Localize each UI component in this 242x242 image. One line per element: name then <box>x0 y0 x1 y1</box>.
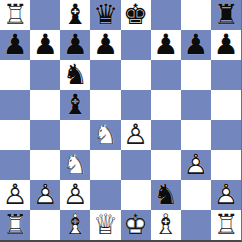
piece-black-pawn[interactable]: ♟ <box>211 30 241 60</box>
piece-white-pawn[interactable]: ♟♙ <box>211 180 241 210</box>
piece-black-rook[interactable]: ♜ <box>211 0 241 30</box>
black-knight-glyph: ♞ <box>153 181 178 209</box>
square-g7[interactable]: ♟ <box>181 30 211 60</box>
piece-white-pawn[interactable]: ♟♙ <box>60 180 90 210</box>
square-c7[interactable]: ♟ <box>60 30 90 60</box>
square-e5[interactable] <box>121 90 151 120</box>
white-pawn-glyph: ♙ <box>33 181 58 209</box>
piece-white-pawn[interactable]: ♟♙ <box>30 180 60 210</box>
square-e1[interactable]: ♚♔ <box>121 210 151 240</box>
square-d6[interactable] <box>90 60 120 90</box>
black-rook-glyph: ♜ <box>213 1 238 29</box>
square-b8[interactable] <box>30 0 60 30</box>
square-e4[interactable]: ♟♙ <box>121 120 151 150</box>
piece-white-knight[interactable]: ♞♘ <box>60 150 90 180</box>
square-c5[interactable]: ♝ <box>60 90 90 120</box>
square-c2[interactable]: ♟♙ <box>60 180 90 210</box>
square-b6[interactable] <box>30 60 60 90</box>
square-a5[interactable] <box>0 90 30 120</box>
white-pawn-glyph: ♙ <box>63 181 88 209</box>
square-d3[interactable] <box>90 150 120 180</box>
square-a7[interactable]: ♟ <box>0 30 30 60</box>
piece-black-knight[interactable]: ♞ <box>151 180 181 210</box>
white-bishop-glyph: ♗ <box>153 211 178 239</box>
piece-black-queen[interactable]: ♛ <box>90 0 120 30</box>
square-e8[interactable]: ♚ <box>121 0 151 30</box>
white-pawn-glyph: ♙ <box>123 121 148 149</box>
square-c6[interactable]: ♞ <box>60 60 90 90</box>
black-pawn-glyph: ♟ <box>3 31 28 59</box>
piece-black-bishop[interactable]: ♝ <box>60 90 90 120</box>
square-g2[interactable] <box>181 180 211 210</box>
white-knight-glyph: ♘ <box>93 121 118 149</box>
black-queen-glyph: ♛ <box>93 1 118 29</box>
square-a3[interactable] <box>0 150 30 180</box>
piece-white-bishop[interactable]: ♝♗ <box>60 210 90 240</box>
square-c4[interactable] <box>60 120 90 150</box>
piece-white-rook[interactable]: ♜♖ <box>0 0 30 30</box>
piece-white-rook[interactable]: ♜♖ <box>211 210 241 240</box>
square-c1[interactable]: ♝♗ <box>60 210 90 240</box>
chess-board-wrap: ♜♖♝♛♚♜♟♟♟♟♟♟♟♞♝♞♘♟♙♞♘♟♙♟♙♟♙♟♙♞♟♙♜♖♝♗♛♕♚♔… <box>0 0 242 242</box>
piece-black-pawn[interactable]: ♟ <box>151 30 181 60</box>
square-b5[interactable] <box>30 90 60 120</box>
square-f7[interactable]: ♟ <box>151 30 181 60</box>
square-h1[interactable]: ♜♖ <box>211 210 241 240</box>
square-f3[interactable] <box>151 150 181 180</box>
square-a4[interactable] <box>0 120 30 150</box>
square-g8[interactable] <box>181 0 211 30</box>
black-king-glyph: ♚ <box>123 1 148 29</box>
white-knight-glyph: ♘ <box>63 151 88 179</box>
square-g5[interactable] <box>181 90 211 120</box>
black-pawn-glyph: ♟ <box>183 31 208 59</box>
square-a2[interactable]: ♟♙ <box>0 180 30 210</box>
white-rook-glyph: ♖ <box>3 1 28 29</box>
square-b7[interactable]: ♟ <box>30 30 60 60</box>
square-b1[interactable] <box>30 210 60 240</box>
white-pawn-glyph: ♙ <box>3 181 28 209</box>
square-h2[interactable]: ♟♙ <box>211 180 241 210</box>
piece-white-pawn[interactable]: ♟♙ <box>0 180 30 210</box>
square-e6[interactable] <box>121 60 151 90</box>
piece-white-knight[interactable]: ♞♘ <box>90 120 120 150</box>
square-c8[interactable]: ♝ <box>60 0 90 30</box>
square-h5[interactable] <box>211 90 241 120</box>
square-d1[interactable]: ♛♕ <box>90 210 120 240</box>
square-f4[interactable] <box>151 120 181 150</box>
square-e2[interactable] <box>121 180 151 210</box>
white-pawn-glyph: ♙ <box>183 151 208 179</box>
white-pawn-glyph: ♙ <box>213 181 238 209</box>
square-b2[interactable]: ♟♙ <box>30 180 60 210</box>
square-b3[interactable] <box>30 150 60 180</box>
black-bishop-glyph: ♝ <box>63 1 88 29</box>
square-d4[interactable]: ♞♘ <box>90 120 120 150</box>
square-h3[interactable] <box>211 150 241 180</box>
square-h8[interactable]: ♜ <box>211 0 241 30</box>
square-d5[interactable] <box>90 90 120 120</box>
square-f1[interactable]: ♝♗ <box>151 210 181 240</box>
white-king-glyph: ♔ <box>123 211 148 239</box>
piece-black-pawn[interactable]: ♟ <box>30 30 60 60</box>
piece-white-pawn[interactable]: ♟♙ <box>181 150 211 180</box>
piece-black-pawn[interactable]: ♟ <box>0 30 30 60</box>
square-g3[interactable]: ♟♙ <box>181 150 211 180</box>
piece-black-king[interactable]: ♚ <box>121 0 151 30</box>
black-pawn-glyph: ♟ <box>63 31 88 59</box>
white-queen-glyph: ♕ <box>93 211 118 239</box>
square-g4[interactable] <box>181 120 211 150</box>
black-knight-glyph: ♞ <box>63 61 88 89</box>
square-d7[interactable]: ♟ <box>90 30 120 60</box>
piece-black-knight[interactable]: ♞ <box>60 60 90 90</box>
square-a8[interactable]: ♜♖ <box>0 0 30 30</box>
black-bishop-glyph: ♝ <box>63 91 88 119</box>
black-pawn-glyph: ♟ <box>213 31 238 59</box>
black-pawn-glyph: ♟ <box>93 31 118 59</box>
white-rook-glyph: ♖ <box>3 211 28 239</box>
black-pawn-glyph: ♟ <box>153 31 178 59</box>
square-h6[interactable] <box>211 60 241 90</box>
black-pawn-glyph: ♟ <box>33 31 58 59</box>
white-bishop-glyph: ♗ <box>63 211 88 239</box>
piece-black-pawn[interactable]: ♟ <box>181 30 211 60</box>
square-b4[interactable] <box>30 120 60 150</box>
piece-black-pawn[interactable]: ♟ <box>60 30 90 60</box>
square-f6[interactable] <box>151 60 181 90</box>
square-e7[interactable] <box>121 30 151 60</box>
square-e3[interactable] <box>121 150 151 180</box>
square-h7[interactable]: ♟ <box>211 30 241 60</box>
square-c3[interactable]: ♞♘ <box>60 150 90 180</box>
white-rook-glyph: ♖ <box>213 211 238 239</box>
piece-white-king[interactable]: ♚♔ <box>121 210 151 240</box>
square-f5[interactable] <box>151 90 181 120</box>
piece-white-rook[interactable]: ♜♖ <box>0 210 30 240</box>
square-g1[interactable] <box>181 210 211 240</box>
square-d8[interactable]: ♛ <box>90 0 120 30</box>
square-a6[interactable] <box>0 60 30 90</box>
square-d2[interactable] <box>90 180 120 210</box>
square-f8[interactable] <box>151 0 181 30</box>
square-g6[interactable] <box>181 60 211 90</box>
piece-white-queen[interactable]: ♛♕ <box>90 210 120 240</box>
chess-board[interactable]: ♜♖♝♛♚♜♟♟♟♟♟♟♟♞♝♞♘♟♙♞♘♟♙♟♙♟♙♟♙♞♟♙♜♖♝♗♛♕♚♔… <box>0 0 242 242</box>
square-h4[interactable] <box>211 120 241 150</box>
piece-black-bishop[interactable]: ♝ <box>60 0 90 30</box>
square-f2[interactable]: ♞ <box>151 180 181 210</box>
square-a1[interactable]: ♜♖ <box>0 210 30 240</box>
piece-white-bishop[interactable]: ♝♗ <box>151 210 181 240</box>
piece-white-pawn[interactable]: ♟♙ <box>121 120 151 150</box>
piece-black-pawn[interactable]: ♟ <box>90 30 120 60</box>
